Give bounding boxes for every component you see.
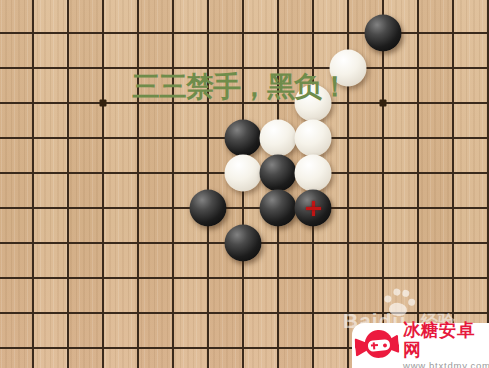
badge-url: www.btxtdmy.com [403,360,489,368]
badge-text-block: 冰糖安卓网 www.btxtdmy.com [403,320,489,368]
grid-line-horizontal [0,102,489,104]
black-stone [365,15,402,52]
grid-line-horizontal [0,207,489,209]
white-stone [260,120,297,157]
black-stone [225,120,262,157]
caption-text: 三三禁手，黑负！ [132,72,348,102]
last-move-marker [306,201,321,216]
white-stone [225,155,262,192]
white-stone [295,155,332,192]
watermark-badge: 冰糖安卓网 www.btxtdmy.com [352,323,489,368]
star-point [100,100,107,107]
badge-title: 冰糖安卓网 [403,320,489,360]
black-stone [260,190,297,227]
paw-pad [388,302,408,317]
grid-line-horizontal [0,32,489,34]
black-stone [225,225,262,262]
black-stone [260,155,297,192]
grid-line-horizontal [0,67,489,69]
black-stone [190,190,227,227]
star-point [380,100,387,107]
paw-toes [384,295,392,303]
screenshot-stage: 三三禁手，黑负！ Baidu 经验 冰糖安卓网 www.btxtdmy.com [0,0,489,368]
grid-line-horizontal [0,277,489,279]
gamepad-visor [368,338,391,351]
paw-icon [381,287,416,318]
black-stone [295,190,332,227]
candy-gamepad-icon [353,325,402,367]
white-stone [295,120,332,157]
